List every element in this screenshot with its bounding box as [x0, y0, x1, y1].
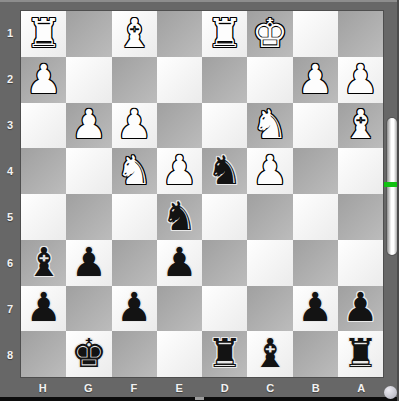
square-a5[interactable] — [338, 194, 383, 240]
square-h2[interactable]: ♟ — [21, 57, 66, 103]
square-d1[interactable]: ♜ — [202, 11, 247, 57]
square-d7[interactable] — [202, 286, 247, 332]
square-d3[interactable] — [202, 103, 247, 149]
square-g6[interactable]: ♟ — [66, 240, 111, 286]
black-bishop: ♝ — [21, 240, 66, 285]
square-e5[interactable]: ♞ — [157, 194, 202, 240]
square-g1[interactable] — [66, 11, 111, 57]
square-b6[interactable] — [293, 240, 338, 286]
square-a1[interactable] — [338, 11, 383, 57]
square-c2[interactable] — [247, 57, 292, 103]
rank-label-7: 7 — [0, 286, 20, 332]
white-pawn: ♟ — [66, 103, 111, 148]
square-b8[interactable] — [293, 331, 338, 377]
white-rook: ♜ — [21, 11, 66, 56]
square-c6[interactable] — [247, 240, 292, 286]
square-h8[interactable] — [21, 331, 66, 377]
square-f5[interactable] — [112, 194, 157, 240]
square-e3[interactable] — [157, 103, 202, 149]
square-g7[interactable] — [66, 286, 111, 332]
square-g3[interactable]: ♟ — [66, 103, 111, 149]
square-g2[interactable] — [66, 57, 111, 103]
square-e4[interactable]: ♟ — [157, 148, 202, 194]
rank-label-8: 8 — [0, 332, 20, 378]
square-h6[interactable]: ♝ — [21, 240, 66, 286]
square-c1[interactable]: ♚ — [247, 11, 292, 57]
square-b3[interactable] — [293, 103, 338, 149]
square-h3[interactable] — [21, 103, 66, 149]
square-f6[interactable] — [112, 240, 157, 286]
square-a6[interactable] — [338, 240, 383, 286]
white-bishop: ♝ — [112, 11, 157, 56]
square-e7[interactable] — [157, 286, 202, 332]
white-bishop: ♝ — [338, 103, 383, 148]
square-f1[interactable]: ♝ — [112, 11, 157, 57]
resize-handle[interactable] — [195, 397, 204, 400]
square-d8[interactable]: ♜ — [202, 331, 247, 377]
rank-label-1: 1 — [0, 10, 20, 56]
black-pawn: ♟ — [112, 286, 157, 331]
chess-app-window: 12345678 ♜♝♜♚♟♟♟♟♟♞♝♞♟♞♟♞♝♟♟♟♟♟♟♚♜♝♜ HGF… — [0, 0, 399, 401]
square-g4[interactable] — [66, 148, 111, 194]
file-label-h: H — [20, 378, 66, 397]
black-knight: ♞ — [202, 148, 247, 193]
square-a3[interactable]: ♝ — [338, 103, 383, 149]
file-label-b: B — [293, 378, 339, 397]
rank-label-6: 6 — [0, 240, 20, 286]
black-knight: ♞ — [157, 194, 202, 239]
black-pawn: ♟ — [157, 240, 202, 285]
chess-board: ♜♝♜♚♟♟♟♟♟♞♝♞♟♞♟♞♝♟♟♟♟♟♟♚♜♝♜ — [20, 10, 384, 378]
square-b7[interactable]: ♟ — [293, 286, 338, 332]
white-rook: ♜ — [202, 11, 247, 56]
square-g8[interactable]: ♚ — [66, 331, 111, 377]
square-d2[interactable] — [202, 57, 247, 103]
square-b4[interactable] — [293, 148, 338, 194]
black-pawn: ♟ — [66, 240, 111, 285]
file-label-a: A — [339, 378, 385, 397]
white-king: ♚ — [247, 11, 292, 56]
rank-label-3: 3 — [0, 102, 20, 148]
white-pawn: ♟ — [21, 57, 66, 102]
square-d5[interactable] — [202, 194, 247, 240]
square-h4[interactable] — [21, 148, 66, 194]
square-a2[interactable]: ♟ — [338, 57, 383, 103]
black-bishop: ♝ — [247, 331, 292, 376]
square-e8[interactable] — [157, 331, 202, 377]
square-c8[interactable]: ♝ — [247, 331, 292, 377]
square-f3[interactable]: ♟ — [112, 103, 157, 149]
square-b2[interactable]: ♟ — [293, 57, 338, 103]
black-rook: ♜ — [338, 331, 383, 376]
file-label-d: D — [202, 378, 248, 397]
square-h7[interactable]: ♟ — [21, 286, 66, 332]
square-f4[interactable]: ♞ — [112, 148, 157, 194]
file-label-f: F — [111, 378, 157, 397]
square-e2[interactable] — [157, 57, 202, 103]
square-e6[interactable]: ♟ — [157, 240, 202, 286]
square-f8[interactable] — [112, 331, 157, 377]
rank-labels: 12345678 — [0, 10, 20, 378]
square-h5[interactable] — [21, 194, 66, 240]
square-g5[interactable] — [66, 194, 111, 240]
square-f7[interactable]: ♟ — [112, 286, 157, 332]
square-a7[interactable]: ♟ — [338, 286, 383, 332]
black-king: ♚ — [66, 331, 111, 376]
file-label-g: G — [66, 378, 112, 397]
white-pawn: ♟ — [157, 148, 202, 193]
rank-label-4: 4 — [0, 148, 20, 194]
file-label-c: C — [248, 378, 294, 397]
square-a8[interactable]: ♜ — [338, 331, 383, 377]
black-pawn: ♟ — [293, 286, 338, 331]
scroll-corner-button[interactable] — [384, 386, 397, 399]
square-c3[interactable]: ♞ — [247, 103, 292, 149]
square-f2[interactable] — [112, 57, 157, 103]
white-pawn: ♟ — [293, 57, 338, 102]
square-b5[interactable] — [293, 194, 338, 240]
square-e1[interactable] — [157, 11, 202, 57]
white-pawn: ♟ — [112, 103, 157, 148]
square-d4[interactable]: ♞ — [202, 148, 247, 194]
black-rook: ♜ — [202, 331, 247, 376]
white-knight: ♞ — [247, 103, 292, 148]
rank-label-2: 2 — [0, 56, 20, 102]
white-pawn: ♟ — [247, 148, 292, 193]
rank-label-5: 5 — [0, 194, 20, 240]
white-pawn: ♟ — [338, 57, 383, 102]
black-pawn: ♟ — [21, 286, 66, 331]
square-c7[interactable] — [247, 286, 292, 332]
window-top-edge — [0, 0, 399, 2]
square-a4[interactable] — [338, 148, 383, 194]
file-labels: HGFEDCBA — [20, 378, 384, 397]
black-pawn: ♟ — [338, 286, 383, 331]
square-h1[interactable]: ♜ — [21, 11, 66, 57]
square-d6[interactable] — [202, 240, 247, 286]
square-c5[interactable] — [247, 194, 292, 240]
square-c4[interactable]: ♟ — [247, 148, 292, 194]
white-knight: ♞ — [112, 148, 157, 193]
square-b1[interactable] — [293, 11, 338, 57]
file-label-e: E — [157, 378, 203, 397]
